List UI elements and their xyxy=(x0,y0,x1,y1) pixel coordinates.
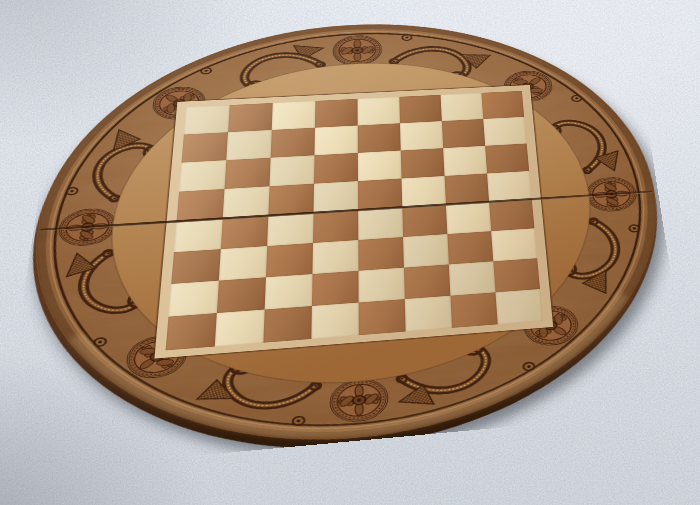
square-d1[interactable] xyxy=(311,303,358,339)
square-h8[interactable] xyxy=(481,91,524,119)
square-h6[interactable] xyxy=(485,144,529,174)
square-a4[interactable] xyxy=(174,219,223,253)
square-g5[interactable] xyxy=(445,173,490,204)
chess-board xyxy=(154,85,553,359)
square-e1[interactable] xyxy=(359,299,406,335)
square-c3[interactable] xyxy=(266,243,313,277)
square-e7[interactable] xyxy=(358,123,401,153)
square-f8[interactable] xyxy=(399,95,442,123)
square-f5[interactable] xyxy=(401,176,445,207)
chess-board-assembly xyxy=(0,12,692,474)
square-h2[interactable] xyxy=(493,258,540,292)
square-f2[interactable] xyxy=(404,264,450,299)
square-d4[interactable] xyxy=(313,210,358,243)
square-d6[interactable] xyxy=(314,153,358,184)
square-d8[interactable] xyxy=(315,99,358,128)
square-d7[interactable] xyxy=(314,125,357,155)
square-b7[interactable] xyxy=(226,130,271,160)
square-b4[interactable] xyxy=(221,216,269,249)
square-b3[interactable] xyxy=(219,246,267,281)
square-g1[interactable] xyxy=(450,292,497,328)
square-a8[interactable] xyxy=(184,105,230,134)
square-e8[interactable] xyxy=(358,97,400,126)
square-d5[interactable] xyxy=(313,181,358,213)
square-d2[interactable] xyxy=(312,271,359,306)
square-e3[interactable] xyxy=(358,237,404,271)
square-f7[interactable] xyxy=(400,121,443,150)
square-c4[interactable] xyxy=(267,213,313,246)
square-e4[interactable] xyxy=(358,207,403,240)
square-a6[interactable] xyxy=(179,160,226,191)
square-h3[interactable] xyxy=(491,228,537,261)
square-c6[interactable] xyxy=(270,155,315,186)
square-a5[interactable] xyxy=(176,189,224,222)
square-g4[interactable] xyxy=(446,202,491,234)
square-h4[interactable] xyxy=(489,199,534,231)
square-f3[interactable] xyxy=(403,234,449,268)
square-a7[interactable] xyxy=(181,132,228,162)
square-h1[interactable] xyxy=(495,289,542,324)
square-e2[interactable] xyxy=(358,268,404,303)
square-b8[interactable] xyxy=(228,103,273,132)
square-h5[interactable] xyxy=(487,171,532,202)
square-g2[interactable] xyxy=(449,261,496,295)
square-c8[interactable] xyxy=(272,101,316,130)
square-b6[interactable] xyxy=(225,158,271,189)
square-c1[interactable] xyxy=(263,306,312,343)
square-f1[interactable] xyxy=(405,296,452,332)
square-g7[interactable] xyxy=(442,119,485,148)
square-a2[interactable] xyxy=(168,281,218,317)
square-g3[interactable] xyxy=(447,231,493,264)
square-h7[interactable] xyxy=(483,117,526,146)
square-f6[interactable] xyxy=(401,148,445,178)
square-b2[interactable] xyxy=(217,277,266,313)
square-g6[interactable] xyxy=(443,146,487,176)
square-e6[interactable] xyxy=(358,151,402,182)
square-d3[interactable] xyxy=(312,240,358,274)
square-b1[interactable] xyxy=(215,310,265,347)
square-c2[interactable] xyxy=(265,274,313,309)
square-b5[interactable] xyxy=(223,186,270,218)
square-c5[interactable] xyxy=(268,184,314,216)
square-c7[interactable] xyxy=(271,128,315,158)
square-g8[interactable] xyxy=(441,93,484,121)
square-e5[interactable] xyxy=(358,179,402,211)
square-a3[interactable] xyxy=(171,249,221,284)
square-a1[interactable] xyxy=(166,313,217,350)
square-f4[interactable] xyxy=(402,205,447,237)
